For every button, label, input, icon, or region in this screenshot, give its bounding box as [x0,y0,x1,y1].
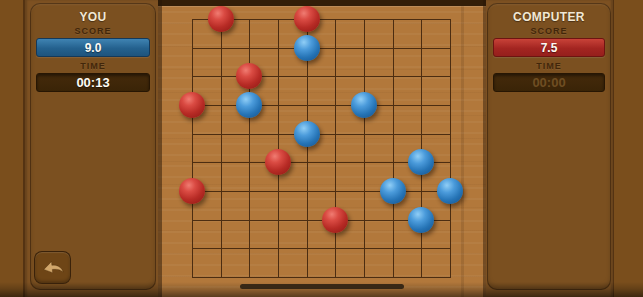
red-stone [208,6,234,32]
score-label-computer: SCORE [487,26,611,36]
player-card-you: YOU SCORE 9.0 TIME 00:13 [30,3,156,290]
red-stone [294,6,320,32]
undo-icon [41,259,65,276]
blue-stone [351,92,377,118]
board-right-edge [483,0,486,297]
score-value-computer: 7.5 [493,38,605,57]
blue-stone [408,149,434,175]
score-label-you: SCORE [30,26,156,36]
blue-stone [236,92,262,118]
red-stone [179,178,205,204]
blue-stone [380,178,406,204]
game-board[interactable] [158,0,486,297]
red-stone [265,149,291,175]
home-indicator[interactable] [240,284,404,289]
blue-stone [294,121,320,147]
game-screen: YOU SCORE 9.0 TIME 00:13 COMPUTER SCORE … [0,0,643,297]
score-value-you: 9.0 [36,38,150,57]
board-left-edge [158,0,162,297]
player-name-computer: COMPUTER [487,10,611,24]
red-stone [322,207,348,233]
time-value-you: 00:13 [36,73,150,92]
red-stone [179,92,205,118]
blue-stone [437,178,463,204]
board-grid[interactable] [192,19,451,278]
red-stone [236,63,262,89]
blue-stone [294,35,320,61]
board-top-edge [158,0,486,6]
player-card-computer: COMPUTER SCORE 7.5 TIME 00:00 [487,3,611,290]
blue-stone [408,207,434,233]
time-value-computer: 00:00 [493,73,605,92]
player-name-you: YOU [30,10,156,24]
undo-button[interactable] [34,251,71,284]
time-label-computer: TIME [487,61,611,71]
time-label-you: TIME [30,61,156,71]
